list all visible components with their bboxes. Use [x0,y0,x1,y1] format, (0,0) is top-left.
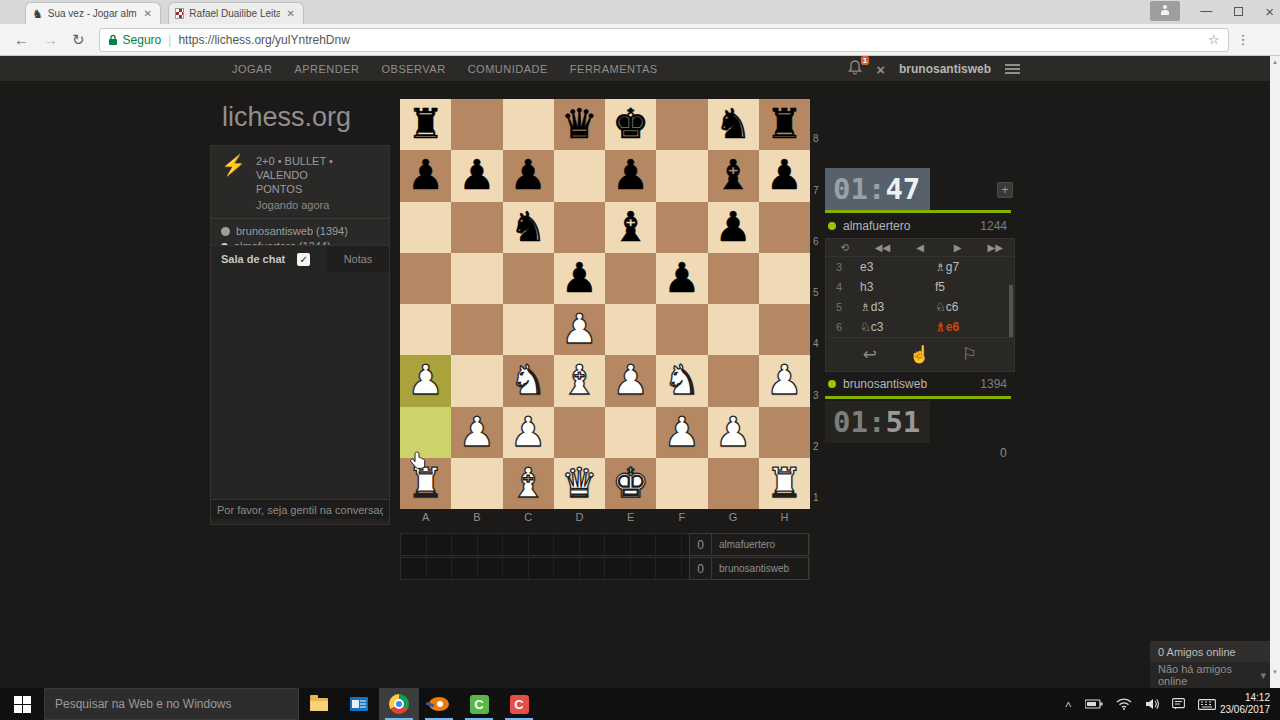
rank-label-3: 3 [813,355,819,406]
move-panel: ⟲◀◀◀▶▶▶ 3e3♗g74h3f55♗d3♘c66♘c3♗e6 ↩ ☝ ⚐ [825,238,1015,372]
white-queen-d1[interactable]: ♛ [554,458,605,509]
move-number: 6 [826,321,852,333]
keyboard-icon[interactable] [1198,699,1216,710]
player-time-bar [825,396,1011,399]
tray-player-name: brunosantisweb [712,557,809,580]
rank-label-6: 6 [813,202,819,253]
black-king-e8: ♚ [605,99,656,150]
player-name[interactable]: almafuertero [843,219,910,233]
checkered-board-icon [175,8,184,19]
square-f7[interactable] [656,150,707,201]
friends-online-empty: Não há amigos online▾ [1150,662,1270,688]
tray-cell [631,534,657,555]
square-d6[interactable] [554,202,605,253]
square-g8[interactable]: ♞ [708,99,759,150]
black-move[interactable]: ♗g7 [927,260,1002,274]
scroll-up-icon[interactable]: ▲ [1270,59,1280,65]
replay-controls: ⟲◀◀◀▶▶▶ [826,239,1014,257]
tray-cell [605,558,631,579]
rank-label-5: 5 [813,253,819,304]
black-bishop-e6: ♝ [605,202,656,253]
restore-button[interactable] [1234,7,1243,16]
friends-online-header[interactable]: 0 Amigos online [1150,641,1270,662]
friends-collapse-icon[interactable]: ▾ [1260,669,1266,682]
move-list: 3e3♗g74h3f55♗d3♘c66♘c3♗e6 [826,257,1014,337]
black-knight-c6: ♞ [503,202,554,253]
square-f3[interactable]: ♞ [656,355,707,406]
crossed-swords-icon[interactable]: × [876,61,885,78]
tab-close-icon[interactable]: ✕ [285,8,297,19]
black-pawn-d5: ♟ [554,253,605,304]
prev-move-icon[interactable]: ◀ [901,242,939,253]
file-label-E: E [605,511,656,523]
next-move-icon[interactable]: ▶ [939,242,977,253]
browser-toolbar: ← → ↻ Seguro | https://lichess.org/yulYn… [0,24,1280,56]
nav-menu: JOGARAPRENDEROBSERVARCOMUNIDADEFERRAMENT… [232,56,658,81]
square-e4[interactable] [605,304,656,355]
square-d7[interactable] [554,150,605,201]
battery-icon[interactable] [1085,699,1103,709]
chat-header: Sala de chat ✓ Notas [211,246,389,272]
nav-link-ferramentas[interactable]: FERRAMENTAS [570,63,658,75]
camtasia-red-icon[interactable]: C [499,688,539,720]
square-d3[interactable]: ♝ [554,355,605,406]
square-a6[interactable] [400,202,451,253]
file-label-C: C [503,511,554,523]
square-f4[interactable] [656,304,707,355]
tray-cell [427,558,453,579]
url-text[interactable]: https://lichess.org/yulYntrehDnw [178,33,349,47]
white-pawn-e3[interactable]: ♟ [605,355,656,406]
square-g2[interactable]: ♟ [708,407,759,458]
square-e7[interactable]: ♟ [605,150,656,201]
white-move[interactable]: e3 [852,260,927,274]
tray-cell [401,558,427,579]
file-label-A: A [400,511,451,523]
white-move[interactable]: ♗d3 [852,300,927,314]
black-move[interactable]: ♘c6 [927,300,1002,314]
url-bar[interactable]: Seguro | https://lichess.org/yulYntrehDn… [99,28,1229,52]
square-c4[interactable] [503,304,554,355]
square-h2[interactable] [759,407,810,458]
game-mode-line1: 2+0 • BULLET • VALENDO [256,154,379,182]
player-rating: 1394 [980,377,1007,391]
page-scrollbar[interactable]: ▲ ▼ [1270,56,1280,688]
camtasia-green-icon[interactable]: C [459,688,499,720]
tray-cell [529,534,555,555]
white-move[interactable]: ♘c3 [852,320,927,334]
square-c5[interactable] [503,253,554,304]
opponent-time-bar [825,210,1011,213]
browser-tab-strip: ♞ Sua vez - Jogar almafuer ✕ Rafael Duai… [0,0,1280,24]
wifi-icon[interactable] [1116,698,1132,710]
black-pawn-g6: ♟ [708,202,759,253]
square-g4[interactable] [708,304,759,355]
black-pawn-c7: ♟ [503,150,554,201]
black-move-active[interactable]: ♗e6 [927,320,1002,334]
square-g6[interactable]: ♟ [708,202,759,253]
chat-input[interactable] [211,499,389,519]
square-h4[interactable] [759,304,810,355]
chat-title: Sala de chat [221,253,285,265]
action-center-icon[interactable] [1172,698,1185,710]
square-d5[interactable]: ♟ [554,253,605,304]
white-pawn-g2[interactable]: ♟ [708,407,759,458]
square-g3[interactable] [708,355,759,406]
tray-cell [478,534,504,555]
black-side-icon [221,227,230,236]
move-number: 4 [826,281,852,293]
white-king-e1[interactable]: ♚ [605,458,656,509]
square-e1[interactable]: ♚ [605,458,656,509]
chat-toggle-checkbox[interactable]: ✓ [297,253,310,266]
rank-label-1: 1 [813,458,819,509]
game-player[interactable]: brunosantisweb (1394) [221,224,379,239]
date: 23/06/2017 [1220,704,1270,716]
player-row[interactable]: brunosantisweb 1394 [825,372,1015,396]
reload-button[interactable]: ↻ [72,31,85,49]
game-action-buttons: ↩ ☝ ⚐ [826,337,1014,371]
material-count: 0 [689,557,712,580]
rank-label-8: 8 [813,99,819,150]
square-g5[interactable] [708,253,759,304]
back-button[interactable]: ← [14,31,29,48]
square-a3[interactable]: ♟ [400,355,451,406]
blender-icon[interactable] [419,688,459,720]
file-label-H: H [759,511,810,523]
takeback-button[interactable]: ↩ [863,344,877,365]
nav-link-jogar[interactable]: JOGAR [232,63,272,75]
square-d1[interactable]: ♛ [554,458,605,509]
square-c6[interactable]: ♞ [503,202,554,253]
nav-link-comunidade[interactable]: COMUNIDADE [468,63,548,75]
browser-tab-lichess[interactable]: ♞ Sua vez - Jogar almafuer ✕ [25,2,161,24]
last-move-icon[interactable]: ▶▶ [976,242,1014,253]
white-move[interactable]: h3 [852,280,927,294]
white-bishop-c1[interactable]: ♝ [503,458,554,509]
tray-player-name: almafuertero [712,533,809,556]
move-row: 3e3♗g7 [826,257,1014,277]
rank-label-4: 4 [813,304,819,355]
white-pawn-a3[interactable]: ♟ [400,355,451,406]
url-separator: | [168,33,171,47]
player-rating: 1244 [980,219,1007,233]
black-rook-h8: ♜ [759,99,810,150]
white-knight-f3[interactable]: ♞ [656,355,707,406]
tray-cell [452,534,478,555]
browser-profile-button[interactable] [1150,1,1180,21]
white-pawn-c2[interactable]: ♟ [503,407,554,458]
square-e8[interactable]: ♚ [605,99,656,150]
square-e3[interactable]: ♟ [605,355,656,406]
square-f5[interactable]: ♟ [656,253,707,304]
square-b3[interactable] [451,355,502,406]
close-window-button[interactable]: × [1265,3,1274,20]
tray-cell [503,558,529,579]
chat-messages [211,272,389,499]
chess-board: ♜♛♚♞♜♟♟♟♟♝♟♞♝♟♟♟♟♟♞♝♟♞♟♟♟♟♟♜♝♛♚♜ [400,99,810,509]
bullet-bolt-icon: ⚡ [221,154,246,212]
person-icon [1161,7,1169,15]
tray-cell [427,534,453,555]
rank-labels: 87654321 [813,99,819,509]
tray-cell [554,558,580,579]
system-tray: > [1066,698,1216,710]
square-h6[interactable] [759,202,810,253]
header-username[interactable]: brunosantisweb [899,62,991,76]
square-g1[interactable] [708,458,759,509]
black-pawn-b7: ♟ [451,150,502,201]
tray-cell [478,558,504,579]
white-bishop-d3[interactable]: ♝ [554,355,605,406]
move-row: 6♘c3♗e6 [826,317,1014,337]
opponent-row[interactable]: almafuertero 1244 [825,214,1015,238]
square-c7[interactable]: ♟ [503,150,554,201]
header-right: 1 × brunosantisweb [848,57,1020,81]
square-f2[interactable]: ♟ [656,407,707,458]
game-status: Jogando agora [256,198,379,212]
square-e2[interactable] [605,407,656,458]
black-bishop-g7: ♝ [708,150,759,201]
white-pawn-b2[interactable]: ♟ [451,407,502,458]
square-c2[interactable]: ♟ [503,407,554,458]
player-name-rating: brunosantisweb (1394) [236,224,348,239]
file-label-F: F [656,511,707,523]
minimize-button[interactable]: — [1200,4,1212,18]
player-clock: 01:51 [825,401,930,443]
material-count: 0 [689,533,712,556]
tray-cell [452,558,478,579]
bookmark-star-icon[interactable]: ☆ [1208,32,1220,47]
black-pawn-h7: ♟ [759,150,810,201]
black-pawn-e7: ♟ [605,150,656,201]
speaker-icon[interactable] [1145,698,1159,710]
black-pawn-f5: ♟ [656,253,707,304]
black-queen-d8: ♛ [554,99,605,150]
black-move[interactable]: f5 [927,280,1002,294]
square-a4[interactable] [400,304,451,355]
file-label-G: G [708,511,759,523]
tray-cell [605,534,631,555]
nav-link-observar[interactable]: OBSERVAR [382,63,446,75]
browser-tab-chessgame[interactable]: Rafael Duailibe Leitao vs ✕ [168,2,304,24]
tray-cell [656,534,682,555]
square-f6[interactable] [656,202,707,253]
mouse-hand-cursor [410,451,427,471]
square-h8[interactable]: ♜ [759,99,810,150]
move-row: 4h3f5 [826,277,1014,297]
captured-tray-top: 0 almafuertero [400,533,810,556]
rank-label-2: 2 [813,407,819,458]
black-pawn-a7: ♟ [400,150,451,201]
square-f8[interactable] [656,99,707,150]
move-number: 3 [826,261,852,273]
move-list-scrollbar[interactable] [1009,285,1013,337]
square-b7[interactable]: ♟ [451,150,502,201]
square-c8[interactable] [503,99,554,150]
first-move-icon[interactable]: ◀◀ [864,242,902,253]
lock-icon [108,34,118,46]
windows-logo-icon [14,696,31,713]
tab-notes[interactable]: Notas [327,246,389,272]
nav-link-aprender[interactable]: APRENDER [294,63,359,75]
taskbar-search[interactable]: Pesquisar na Web e no Windows [44,688,299,720]
square-b4[interactable] [451,304,502,355]
square-g7[interactable]: ♝ [708,150,759,201]
give-time-button[interactable]: + [997,182,1013,198]
square-b2[interactable]: ♟ [451,407,502,458]
notification-bell-button[interactable]: 1 [848,60,862,79]
square-f1[interactable] [656,458,707,509]
resign-flag-button[interactable]: ⚐ [962,344,977,365]
square-c3[interactable]: ♞ [503,355,554,406]
scroll-down-icon[interactable]: ▼ [1270,669,1280,675]
tray-cell [580,558,606,579]
file-explorer-icon[interactable] [299,688,339,720]
forward-button[interactable]: → [43,31,58,48]
square-e6[interactable]: ♝ [605,202,656,253]
chrome-icon[interactable] [379,688,419,720]
white-rook-h1[interactable]: ♜ [759,458,810,509]
square-e5[interactable] [605,253,656,304]
square-a8[interactable]: ♜ [400,99,451,150]
white-knight-c3[interactable]: ♞ [503,355,554,406]
square-h3[interactable]: ♟ [759,355,810,406]
online-dot [828,380,836,388]
lichess-logo[interactable]: lichess.org [222,102,351,133]
square-h7[interactable]: ♟ [759,150,810,201]
player-name[interactable]: brunosantisweb [843,377,927,391]
tab-title: Sua vez - Jogar almafuer [48,8,137,19]
mail-app-icon[interactable] [339,688,379,720]
windows-taskbar: Pesquisar na Web e no Windows C C > 14:1… [0,688,1280,720]
hamburger-menu-icon[interactable] [1005,64,1020,74]
tray-cell [554,534,580,555]
notification-badge: 1 [861,56,869,65]
online-dot [828,222,836,230]
draw-offer-button[interactable]: ☝ [909,344,930,365]
white-pawn-h3[interactable]: ♟ [759,355,810,406]
taskbar-clock[interactable]: 14:12 23/06/2017 [1220,692,1270,716]
tray-cell [580,534,606,555]
secure-label: Seguro [123,33,162,47]
lichess-knight-icon: ♞ [32,8,43,20]
square-d4[interactable]: ♟ [554,304,605,355]
square-c1[interactable]: ♝ [503,458,554,509]
white-pawn-f2[interactable]: ♟ [656,407,707,458]
start-button[interactable] [0,688,44,720]
file-label-B: B [451,511,502,523]
tray-cell [401,534,427,555]
white-pawn-d4[interactable]: ♟ [554,304,605,355]
move-number: 5 [826,301,852,313]
square-b6[interactable] [451,202,502,253]
square-a7[interactable]: ♟ [400,150,451,201]
square-h1[interactable]: ♜ [759,458,810,509]
opponent-clock: 01:47 [825,168,930,210]
rank-label-7: 7 [813,150,819,201]
tab-close-icon[interactable]: ✕ [142,8,154,19]
square-b8[interactable] [451,99,502,150]
tab-title: Rafael Duailibe Leitao vs [189,8,279,19]
black-rook-a8: ♜ [400,99,451,150]
spectator-count: 0 [1000,446,1007,460]
square-d8[interactable]: ♛ [554,99,605,150]
file-label-D: D [554,511,605,523]
file-labels: ABCDEFGH [400,511,810,523]
square-b1[interactable] [451,458,502,509]
lichess-page: JOGARAPRENDEROBSERVARCOMUNIDADEFERRAMENT… [0,56,1280,688]
square-b5[interactable] [451,253,502,304]
tray-cell [656,558,682,579]
lichess-topnav: JOGARAPRENDEROBSERVARCOMUNIDADEFERRAMENT… [0,56,1270,81]
square-h5[interactable] [759,253,810,304]
tray-chevron-icon[interactable]: > [1064,701,1075,707]
tray-cell [529,558,555,579]
chat-box: Sala de chat ✓ Notas [210,245,390,525]
game-mode-line2: PONTOS [256,182,379,196]
flip-replay-icon[interactable]: ⟲ [826,242,864,253]
black-knight-g8: ♞ [708,99,759,150]
move-row: 5♗d3♘c6 [826,297,1014,317]
square-d2[interactable] [554,407,605,458]
time: 14:12 [1220,692,1270,704]
captured-tray-bottom: 0 brunosantisweb [400,557,810,580]
browser-menu-icon[interactable]: ⋮ [1237,32,1250,47]
square-a5[interactable] [400,253,451,304]
window-controls: — × [1200,0,1274,22]
tray-cell [631,558,657,579]
tray-cell [503,534,529,555]
